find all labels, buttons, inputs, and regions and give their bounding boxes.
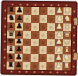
square-a3[interactable] [47,7,55,15]
square-f5[interactable] [31,46,39,54]
square-b1[interactable]: ♞ [63,15,71,23]
frame-ornament [65,71,67,73]
square-c8[interactable]: ♝ [7,22,15,30]
square-b6[interactable] [23,15,31,23]
square-b8[interactable]: ♞ [7,14,15,22]
square-f4[interactable] [39,46,47,54]
piece-bB: ♝ [7,46,14,54]
square-a8[interactable]: ♜ [7,7,15,15]
square-h8[interactable]: ♜ [7,62,15,70]
square-e3[interactable] [47,39,55,47]
piece-wP: ♟ [56,15,63,23]
square-h3[interactable] [47,62,55,70]
square-c6[interactable] [23,23,31,31]
frame-ornament [4,33,6,35]
frame-ornament [72,42,74,44]
frame-ornament [35,3,37,5]
piece-bN: ♞ [8,14,15,22]
square-f1[interactable]: ♝ [63,47,71,55]
square-g5[interactable] [31,54,39,62]
square-d5[interactable] [31,31,39,39]
square-f2[interactable]: ♟ [55,47,63,55]
square-c3[interactable] [47,23,55,31]
piece-wN: ♞ [63,55,70,63]
square-c4[interactable] [39,23,47,31]
frame-ornament [58,4,60,6]
piece-bR: ♜ [7,62,14,70]
square-b7[interactable]: ♟ [15,15,23,23]
square-h1[interactable]: ♜ [63,62,71,70]
square-c5[interactable] [31,23,39,31]
frame-ornament [66,4,68,6]
frame-ornament [73,10,75,12]
square-e1[interactable]: ♚ [63,39,71,47]
frame-ornament [19,3,21,5]
piece-bP: ♟ [15,54,22,62]
piece-wP: ♟ [55,47,62,55]
frame-ornament [11,3,13,5]
square-h4[interactable] [39,62,47,70]
square-b2[interactable]: ♟ [55,15,63,23]
square-d4[interactable] [39,31,47,39]
frame-ornament [4,25,6,27]
piece-bP: ♟ [16,7,23,15]
piece-bN: ♞ [7,54,14,62]
piece-wR: ♜ [63,62,70,70]
frame-ornament [3,57,5,59]
square-c7[interactable]: ♟ [15,22,23,30]
square-g4[interactable] [39,54,47,62]
piece-wP: ♟ [55,39,62,47]
piece-bQ: ♛ [7,30,14,38]
frame-ornament [50,4,52,6]
frame-ornament [41,71,43,73]
frame-ornament [10,71,12,73]
square-g8[interactable]: ♞ [7,54,15,62]
frame-ornament [72,66,74,68]
piece-wK: ♚ [63,39,70,47]
square-g6[interactable] [23,54,31,62]
square-c1[interactable]: ♝ [63,23,71,31]
square-g2[interactable]: ♟ [55,54,63,62]
piece-bP: ♟ [15,62,22,70]
piece-wP: ♟ [55,54,62,62]
hinge-icon [74,17,78,25]
piece-wR: ♜ [64,7,71,15]
square-g3[interactable] [47,54,55,62]
piece-bP: ♟ [15,38,22,46]
piece-wQ: ♛ [63,31,70,39]
frame-ornament [3,49,5,51]
frame-ornament [4,9,6,11]
piece-wB: ♝ [64,23,71,31]
piece-bP: ♟ [16,22,23,30]
square-h5[interactable] [31,62,39,70]
square-d2[interactable]: ♟ [55,31,63,39]
square-e5[interactable] [31,38,39,46]
piece-wB: ♝ [63,47,70,55]
square-g1[interactable]: ♞ [63,55,71,63]
square-d7[interactable]: ♟ [15,30,23,38]
frame-ornament [73,26,75,28]
square-e4[interactable] [39,38,47,46]
square-b5[interactable] [31,15,39,23]
square-b3[interactable] [47,15,55,23]
piece-bK: ♚ [7,38,14,46]
frame-ornament [73,34,75,36]
frame-ornament [34,71,36,73]
square-d1[interactable]: ♛ [63,31,71,39]
square-d3[interactable] [47,31,55,39]
piece-bR: ♜ [8,7,15,15]
piece-bP: ♟ [16,15,23,23]
frame-ornament [26,71,28,73]
piece-wP: ♟ [55,62,62,70]
piece-bP: ♟ [15,30,22,38]
square-d8[interactable]: ♛ [7,30,15,38]
square-a2[interactable]: ♟ [55,7,63,15]
frame-ornament [57,71,59,73]
hinge-icon [74,52,78,60]
square-f7[interactable]: ♟ [15,46,23,54]
square-d6[interactable] [23,30,31,38]
square-f6[interactable] [23,46,31,54]
square-a6[interactable] [23,7,31,15]
piece-wP: ♟ [56,23,63,31]
frame-ornament [4,17,6,19]
square-c2[interactable]: ♟ [55,23,63,31]
square-e8[interactable]: ♚ [7,38,15,46]
square-a5[interactable] [31,7,39,15]
chess-board: ♜♟♟♜♞♟♟♞♝♟♟♝♛♟♟♛♚♟♟♚♝♟♟♝♞♟♟♞♜♟♟♜ [0,0,77,75]
square-h7[interactable]: ♟ [15,62,23,70]
square-a7[interactable]: ♟ [15,7,23,15]
square-h2[interactable]: ♟ [55,62,63,70]
piece-wP: ♟ [55,31,62,39]
frame-ornament [3,41,5,43]
square-e6[interactable] [23,38,31,46]
piece-bB: ♝ [8,22,15,30]
piece-bP: ♟ [15,46,22,54]
square-f8[interactable]: ♝ [7,46,15,54]
square-f3[interactable] [47,46,55,54]
frame-ornament [27,3,29,5]
square-a4[interactable] [39,7,47,15]
piece-wN: ♞ [64,15,71,23]
square-g7[interactable]: ♟ [15,54,23,62]
square-e2[interactable]: ♟ [55,39,63,47]
frame-ornament [42,4,44,6]
piece-wP: ♟ [56,7,63,15]
square-b4[interactable] [39,15,47,23]
square-h6[interactable] [23,62,31,70]
square-e7[interactable]: ♟ [15,38,23,46]
frame-ornament [18,71,20,73]
frame-ornament [49,71,51,73]
frame-ornament [3,65,5,67]
square-a1[interactable]: ♜ [63,7,71,15]
